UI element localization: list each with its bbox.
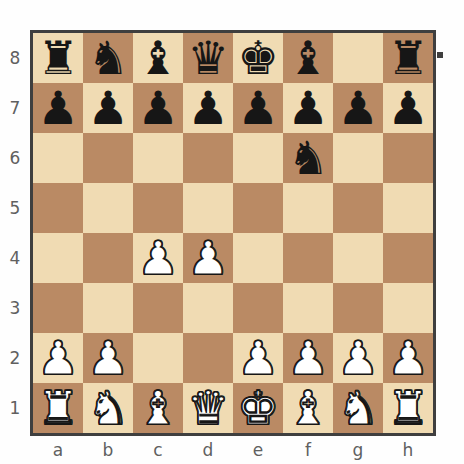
square-d6[interactable] [183, 133, 233, 183]
square-f8[interactable]: ♝ [283, 33, 333, 83]
piece-white-pawn[interactable]: ♟ [87, 333, 128, 383]
square-e7[interactable]: ♟ [233, 83, 283, 133]
square-h6[interactable] [383, 133, 433, 183]
square-a5[interactable] [33, 183, 83, 233]
square-f7[interactable]: ♟ [283, 83, 333, 133]
square-h5[interactable] [383, 183, 433, 233]
square-g4[interactable] [333, 233, 383, 283]
piece-black-pawn[interactable]: ♟ [287, 83, 328, 133]
square-a3[interactable] [33, 283, 83, 333]
square-f2[interactable]: ♟ [283, 333, 333, 383]
piece-black-rook[interactable]: ♜ [37, 33, 78, 83]
square-c5[interactable] [133, 183, 183, 233]
square-g3[interactable] [333, 283, 383, 333]
piece-white-pawn[interactable]: ♟ [387, 333, 428, 383]
piece-black-knight[interactable]: ♞ [287, 133, 328, 183]
piece-black-knight[interactable]: ♞ [87, 33, 128, 83]
square-c1[interactable]: ♝ [133, 383, 183, 433]
square-e5[interactable] [233, 183, 283, 233]
chess-board[interactable]: ♜♞♝♛♚♝♜♟♟♟♟♟♟♟♟♞♟♟♟♟♟♟♟♟♜♞♝♛♚♝♞♜ [30, 30, 436, 436]
square-h7[interactable]: ♟ [383, 83, 433, 133]
square-e1[interactable]: ♚ [233, 383, 283, 433]
file-labels: abcdefgh [33, 437, 433, 462]
rank-labels: 87654321 [0, 33, 30, 433]
piece-black-queen[interactable]: ♛ [187, 33, 228, 83]
piece-white-rook[interactable]: ♜ [37, 383, 78, 433]
piece-black-pawn[interactable]: ♟ [137, 83, 178, 133]
square-f3[interactable] [283, 283, 333, 333]
piece-black-pawn[interactable]: ♟ [237, 83, 278, 133]
square-f1[interactable]: ♝ [283, 383, 333, 433]
rank-label-1: 1 [0, 383, 30, 433]
square-b5[interactable] [83, 183, 133, 233]
square-b2[interactable]: ♟ [83, 333, 133, 383]
turn-indicator-black-to-move [437, 52, 443, 58]
square-c4[interactable]: ♟ [133, 233, 183, 283]
piece-white-king[interactable]: ♚ [237, 383, 278, 433]
file-label-a: a [33, 437, 83, 462]
page-background: 87654321 ♜♞♝♛♚♝♜♟♟♟♟♟♟♟♟♞♟♟♟♟♟♟♟♟♜♞♝♛♚♝♞… [0, 0, 464, 464]
square-d2[interactable] [183, 333, 233, 383]
file-label-d: d [183, 437, 233, 462]
piece-white-knight[interactable]: ♞ [337, 383, 378, 433]
square-c2[interactable] [133, 333, 183, 383]
piece-white-pawn[interactable]: ♟ [187, 233, 228, 283]
square-a6[interactable] [33, 133, 83, 183]
square-f4[interactable] [283, 233, 333, 283]
piece-white-pawn[interactable]: ♟ [237, 333, 278, 383]
square-f6[interactable]: ♞ [283, 133, 333, 183]
piece-black-pawn[interactable]: ♟ [187, 83, 228, 133]
piece-white-rook[interactable]: ♜ [387, 383, 428, 433]
square-a7[interactable]: ♟ [33, 83, 83, 133]
square-d5[interactable] [183, 183, 233, 233]
square-b6[interactable] [83, 133, 133, 183]
piece-black-king[interactable]: ♚ [237, 33, 278, 83]
square-g6[interactable] [333, 133, 383, 183]
rank-label-6: 6 [0, 133, 30, 183]
square-a1[interactable]: ♜ [33, 383, 83, 433]
square-d8[interactable]: ♛ [183, 33, 233, 83]
piece-black-pawn[interactable]: ♟ [37, 83, 78, 133]
piece-white-bishop[interactable]: ♝ [287, 383, 328, 433]
square-e4[interactable] [233, 233, 283, 283]
file-label-b: b [83, 437, 133, 462]
square-d3[interactable] [183, 283, 233, 333]
piece-black-pawn[interactable]: ♟ [387, 83, 428, 133]
square-b8[interactable]: ♞ [83, 33, 133, 83]
square-c7[interactable]: ♟ [133, 83, 183, 133]
square-c8[interactable]: ♝ [133, 33, 183, 83]
square-h4[interactable] [383, 233, 433, 283]
rank-label-8: 8 [0, 33, 30, 83]
rank-label-3: 3 [0, 283, 30, 333]
piece-white-pawn[interactable]: ♟ [337, 333, 378, 383]
square-b1[interactable]: ♞ [83, 383, 133, 433]
square-g7[interactable]: ♟ [333, 83, 383, 133]
piece-white-pawn[interactable]: ♟ [137, 233, 178, 283]
square-g5[interactable] [333, 183, 383, 233]
square-d1[interactable]: ♛ [183, 383, 233, 433]
square-b4[interactable] [83, 233, 133, 283]
file-label-g: g [333, 437, 383, 462]
rank-label-5: 5 [0, 183, 30, 233]
square-h8[interactable]: ♜ [383, 33, 433, 83]
square-f5[interactable] [283, 183, 333, 233]
rank-label-7: 7 [0, 83, 30, 133]
square-h2[interactable]: ♟ [383, 333, 433, 383]
square-h1[interactable]: ♜ [383, 383, 433, 433]
piece-black-bishop[interactable]: ♝ [287, 33, 328, 83]
piece-white-bishop[interactable]: ♝ [137, 383, 178, 433]
square-d7[interactable]: ♟ [183, 83, 233, 133]
file-label-e: e [233, 437, 283, 462]
piece-black-rook[interactable]: ♜ [387, 33, 428, 83]
square-b7[interactable]: ♟ [83, 83, 133, 133]
square-c6[interactable] [133, 133, 183, 183]
rank-label-2: 2 [0, 333, 30, 383]
rank-label-4: 4 [0, 233, 30, 283]
square-e8[interactable]: ♚ [233, 33, 283, 83]
square-b3[interactable] [83, 283, 133, 333]
file-label-h: h [383, 437, 433, 462]
piece-white-queen[interactable]: ♛ [187, 383, 228, 433]
file-label-f: f [283, 437, 333, 462]
square-a8[interactable]: ♜ [33, 33, 83, 83]
piece-black-pawn[interactable]: ♟ [87, 83, 128, 133]
square-c3[interactable] [133, 283, 183, 333]
square-g8[interactable] [333, 33, 383, 83]
square-a2[interactable]: ♟ [33, 333, 83, 383]
square-d4[interactable]: ♟ [183, 233, 233, 283]
square-a4[interactable] [33, 233, 83, 283]
square-e3[interactable] [233, 283, 283, 333]
square-g1[interactable]: ♞ [333, 383, 383, 433]
piece-white-pawn[interactable]: ♟ [37, 333, 78, 383]
piece-white-pawn[interactable]: ♟ [287, 333, 328, 383]
square-e6[interactable] [233, 133, 283, 183]
square-e2[interactable]: ♟ [233, 333, 283, 383]
file-label-c: c [133, 437, 183, 462]
square-g2[interactable]: ♟ [333, 333, 383, 383]
piece-black-bishop[interactable]: ♝ [137, 33, 178, 83]
piece-black-pawn[interactable]: ♟ [337, 83, 378, 133]
piece-white-knight[interactable]: ♞ [87, 383, 128, 433]
square-h3[interactable] [383, 283, 433, 333]
